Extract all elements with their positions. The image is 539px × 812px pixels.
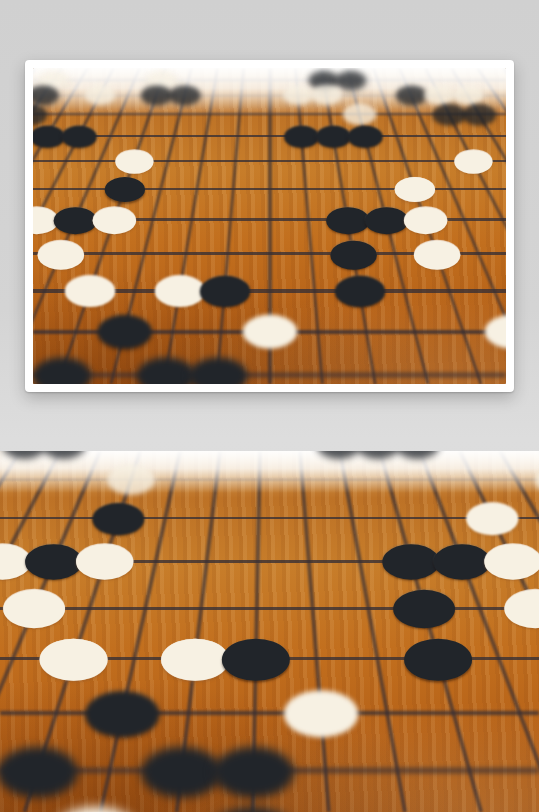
black-go-stone: ● [464, 104, 496, 124]
black-stone-glyph: ● [167, 81, 203, 106]
black-stone-glyph: ● [38, 451, 89, 460]
black-go-stone: ● [397, 451, 439, 457]
white-go-stone: ● [468, 503, 518, 534]
black-stone-glyph: ● [460, 99, 498, 126]
black-go-stone: ● [63, 126, 97, 147]
black-stone-glyph: ● [33, 348, 95, 384]
black-go-stone: ● [406, 639, 470, 679]
white-stone-glyph: ● [90, 200, 140, 235]
black-go-stone: ● [34, 358, 89, 384]
black-stone-glyph: ● [185, 348, 251, 384]
grid-line-horizontal [0, 517, 539, 519]
white-go-stone: ● [41, 639, 105, 679]
white-stone-glyph: ● [309, 81, 345, 106]
black-go-stone: ● [349, 126, 383, 147]
go-board-photo-detail: ●●●●●●●●●●●●●●●●●●●●●●●●●●●●●●●● [0, 451, 539, 812]
grid-line-vertical [298, 451, 331, 812]
white-go-stone: ● [506, 590, 539, 627]
white-stone-glyph: ● [46, 793, 145, 812]
white-go-stone: ● [486, 545, 539, 579]
white-go-stone: ● [244, 316, 295, 348]
black-go-stone: ● [43, 451, 85, 457]
grid-line-horizontal [0, 479, 539, 481]
white-stone-glyph: ● [452, 143, 496, 174]
framed-go-photo-card: ●●●●●●●●●●●●●●●●●●●●●●●●●●●●●●●●●●●●●●●●… [25, 60, 514, 392]
white-go-stone: ● [5, 590, 64, 627]
black-stone-glyph: ● [399, 627, 477, 682]
white-stone-glyph: ● [82, 81, 118, 106]
black-go-stone: ● [99, 316, 150, 348]
white-go-stone: ● [78, 545, 132, 579]
black-go-stone: ● [395, 590, 454, 627]
white-stone-glyph: ● [72, 535, 137, 582]
white-go-stone: ● [55, 807, 138, 812]
white-stone-glyph: ● [500, 580, 539, 630]
go-board-photo-top: ●●●●●●●●●●●●●●●●●●●●●●●●●●●●●●●●●●●●●●●●… [33, 68, 506, 384]
black-stone-glyph: ● [345, 120, 385, 149]
black-stone-glyph: ● [331, 268, 389, 309]
page-background: ●●●●●●●●●●●●●●●●●●●●●●●●●●●●●●●●●●●●●●●●… [0, 0, 539, 812]
black-go-stone: ● [211, 807, 294, 812]
white-go-stone: ● [94, 207, 135, 233]
black-go-stone: ● [190, 358, 245, 384]
white-stone-glyph: ● [411, 233, 464, 271]
white-stone-glyph: ● [532, 457, 539, 496]
black-go-stone: ● [224, 639, 288, 679]
black-go-stone: ● [336, 276, 384, 306]
go-board-surface: ●●●●●●●●●●●●●●●●●●●●●●●●●●●●●●●●●●●●●●●●… [33, 68, 506, 384]
white-go-stone: ● [312, 86, 342, 105]
white-go-stone: ● [85, 86, 115, 105]
white-go-stone: ● [415, 240, 459, 268]
go-board-surface: ●●●●●●●●●●●●●●●●●●●●●●●●●●●●●●●● [0, 451, 539, 812]
white-stone-glyph: ● [481, 307, 506, 351]
black-stone-glyph: ● [203, 793, 302, 812]
black-stone-glyph: ● [59, 120, 99, 149]
grid-line-vertical [163, 68, 220, 384]
black-go-stone: ● [94, 503, 144, 534]
black-stone-glyph: ● [392, 451, 443, 460]
white-go-stone: ● [486, 316, 506, 348]
white-go-stone: ● [108, 465, 153, 493]
black-go-stone: ● [170, 86, 200, 105]
white-go-stone: ● [455, 150, 491, 172]
